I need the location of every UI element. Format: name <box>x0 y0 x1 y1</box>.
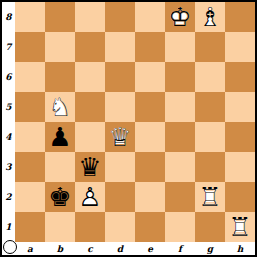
square-d6[interactable] <box>105 62 135 92</box>
square-c5[interactable] <box>75 92 105 122</box>
square-h4[interactable] <box>225 122 255 152</box>
square-g8[interactable]: ♝♗ <box>195 2 225 32</box>
square-h2[interactable] <box>225 182 255 212</box>
white-knight-piece[interactable]: ♞♘ <box>45 92 75 122</box>
white-to-move-indicator <box>3 240 17 254</box>
chess-board: ♚♔♝♗♞♘♟♛♕♛♚♟♙♜♖♜♖ <box>15 2 255 242</box>
square-c3[interactable]: ♛ <box>75 152 105 182</box>
file-label-e: e <box>135 242 165 255</box>
white-bishop-piece[interactable]: ♝♗ <box>195 2 225 32</box>
square-a7[interactable] <box>15 32 45 62</box>
square-f1[interactable] <box>165 212 195 242</box>
square-e6[interactable] <box>135 62 165 92</box>
square-f8[interactable]: ♚♔ <box>165 2 195 32</box>
square-b3[interactable] <box>45 152 75 182</box>
square-e4[interactable] <box>135 122 165 152</box>
square-g5[interactable] <box>195 92 225 122</box>
chess-diagram: ♚♔♝♗♞♘♟♛♕♛♚♟♙♜♖♜♖ 87654321 abcdefgh <box>0 0 257 257</box>
square-a4[interactable] <box>15 122 45 152</box>
square-h3[interactable] <box>225 152 255 182</box>
piece-outline-glyph: ♖ <box>195 182 225 212</box>
square-b8[interactable] <box>45 2 75 32</box>
square-e3[interactable] <box>135 152 165 182</box>
square-h8[interactable] <box>225 2 255 32</box>
file-label-c: c <box>75 242 105 255</box>
square-a6[interactable] <box>15 62 45 92</box>
square-d7[interactable] <box>105 32 135 62</box>
square-b6[interactable] <box>45 62 75 92</box>
square-c8[interactable] <box>75 2 105 32</box>
piece-outline-glyph: ♔ <box>165 2 195 32</box>
piece-outline-glyph: ♕ <box>105 122 135 152</box>
square-a5[interactable] <box>15 92 45 122</box>
square-b2[interactable]: ♚ <box>45 182 75 212</box>
square-c1[interactable] <box>75 212 105 242</box>
rank-label-4: 4 <box>2 122 15 152</box>
square-a1[interactable] <box>15 212 45 242</box>
square-f3[interactable] <box>165 152 195 182</box>
square-g3[interactable] <box>195 152 225 182</box>
square-c2[interactable]: ♟♙ <box>75 182 105 212</box>
white-queen-piece[interactable]: ♛♕ <box>105 122 135 152</box>
square-b1[interactable] <box>45 212 75 242</box>
square-d5[interactable] <box>105 92 135 122</box>
square-h7[interactable] <box>225 32 255 62</box>
square-g4[interactable] <box>195 122 225 152</box>
square-c7[interactable] <box>75 32 105 62</box>
square-f4[interactable] <box>165 122 195 152</box>
file-label-a: a <box>15 242 45 255</box>
square-b7[interactable] <box>45 32 75 62</box>
rank-label-7: 7 <box>2 32 15 62</box>
white-rook-piece[interactable]: ♜♖ <box>195 182 225 212</box>
square-a2[interactable] <box>15 182 45 212</box>
piece-outline-glyph: ♙ <box>75 182 105 212</box>
square-g6[interactable] <box>195 62 225 92</box>
black-king-piece[interactable]: ♚ <box>45 182 75 212</box>
file-label-h: h <box>225 242 255 255</box>
square-d3[interactable] <box>105 152 135 182</box>
square-c6[interactable] <box>75 62 105 92</box>
square-e7[interactable] <box>135 32 165 62</box>
square-a3[interactable] <box>15 152 45 182</box>
file-label-b: b <box>45 242 75 255</box>
square-g7[interactable] <box>195 32 225 62</box>
file-label-f: f <box>165 242 195 255</box>
rank-label-3: 3 <box>2 152 15 182</box>
square-b5[interactable]: ♞♘ <box>45 92 75 122</box>
square-d8[interactable] <box>105 2 135 32</box>
square-h1[interactable]: ♜♖ <box>225 212 255 242</box>
black-queen-piece[interactable]: ♛ <box>75 152 105 182</box>
square-h6[interactable] <box>225 62 255 92</box>
square-e5[interactable] <box>135 92 165 122</box>
white-king-piece[interactable]: ♚♔ <box>165 2 195 32</box>
square-f2[interactable] <box>165 182 195 212</box>
square-e1[interactable] <box>135 212 165 242</box>
rank-label-8: 8 <box>2 2 15 32</box>
piece-outline-glyph: ♗ <box>195 2 225 32</box>
square-d4[interactable]: ♛♕ <box>105 122 135 152</box>
square-f6[interactable] <box>165 62 195 92</box>
square-c4[interactable] <box>75 122 105 152</box>
square-g1[interactable] <box>195 212 225 242</box>
square-h5[interactable] <box>225 92 255 122</box>
black-pawn-piece[interactable]: ♟ <box>45 122 75 152</box>
file-labels: abcdefgh <box>15 242 255 255</box>
rank-labels: 87654321 <box>2 2 15 242</box>
square-f5[interactable] <box>165 92 195 122</box>
rank-label-2: 2 <box>2 182 15 212</box>
square-e2[interactable] <box>135 182 165 212</box>
piece-outline-glyph: ♖ <box>225 212 255 242</box>
square-e8[interactable] <box>135 2 165 32</box>
rank-label-5: 5 <box>2 92 15 122</box>
file-label-d: d <box>105 242 135 255</box>
square-d2[interactable] <box>105 182 135 212</box>
square-g2[interactable]: ♜♖ <box>195 182 225 212</box>
file-label-g: g <box>195 242 225 255</box>
piece-outline-glyph: ♘ <box>45 92 75 122</box>
square-d1[interactable] <box>105 212 135 242</box>
white-pawn-piece[interactable]: ♟♙ <box>75 182 105 212</box>
square-f7[interactable] <box>165 32 195 62</box>
square-b4[interactable]: ♟ <box>45 122 75 152</box>
rank-label-6: 6 <box>2 62 15 92</box>
rank-label-1: 1 <box>2 212 15 242</box>
square-a8[interactable] <box>15 2 45 32</box>
white-rook-piece[interactable]: ♜♖ <box>225 212 255 242</box>
